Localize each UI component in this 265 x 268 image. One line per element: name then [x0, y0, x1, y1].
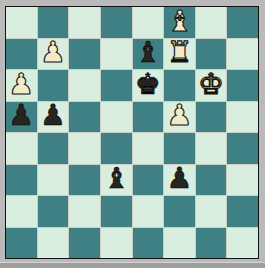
square-b8[interactable] — [38, 7, 69, 38]
piece-black-pawn[interactable]: ♟ — [40, 101, 66, 130]
square-h4[interactable] — [227, 133, 258, 164]
square-h6[interactable] — [227, 70, 258, 101]
piece-white-king[interactable]: ♚ — [198, 70, 224, 99]
square-b2[interactable] — [38, 196, 69, 227]
square-b3[interactable] — [38, 165, 69, 196]
square-h1[interactable] — [227, 228, 258, 259]
piece-black-bishop[interactable]: ♝ — [103, 164, 129, 193]
square-f6[interactable] — [164, 70, 195, 101]
square-c4[interactable] — [69, 133, 100, 164]
chess-board: ♝♟♝♜♟♚♚♟♟♟♝♟ — [5, 6, 259, 259]
square-d4[interactable] — [101, 133, 132, 164]
square-b5[interactable]: ♟ — [38, 102, 69, 133]
piece-white-bishop[interactable]: ♝ — [166, 7, 192, 36]
square-a7[interactable] — [6, 39, 37, 70]
piece-white-pawn[interactable]: ♟ — [40, 38, 66, 67]
square-f3[interactable]: ♟ — [164, 165, 195, 196]
square-h5[interactable] — [227, 102, 258, 133]
square-e2[interactable] — [133, 196, 164, 227]
square-e4[interactable] — [133, 133, 164, 164]
square-a4[interactable] — [6, 133, 37, 164]
piece-black-pawn[interactable]: ♟ — [166, 164, 192, 193]
piece-white-pawn[interactable]: ♟ — [166, 101, 192, 130]
square-f4[interactable] — [164, 133, 195, 164]
square-a3[interactable] — [6, 165, 37, 196]
square-e6[interactable]: ♚ — [133, 70, 164, 101]
square-d3[interactable]: ♝ — [101, 165, 132, 196]
square-f5[interactable]: ♟ — [164, 102, 195, 133]
square-d1[interactable] — [101, 228, 132, 259]
square-d8[interactable] — [101, 7, 132, 38]
square-b1[interactable] — [38, 228, 69, 259]
square-a6[interactable]: ♟ — [6, 70, 37, 101]
square-f2[interactable] — [164, 196, 195, 227]
square-c8[interactable] — [69, 7, 100, 38]
square-f7[interactable]: ♜ — [164, 39, 195, 70]
square-c1[interactable] — [69, 228, 100, 259]
square-b4[interactable] — [38, 133, 69, 164]
square-d6[interactable] — [101, 70, 132, 101]
square-e8[interactable] — [133, 7, 164, 38]
piece-white-pawn[interactable]: ♟ — [8, 70, 34, 99]
square-g7[interactable] — [196, 39, 227, 70]
square-g2[interactable] — [196, 196, 227, 227]
square-c3[interactable] — [69, 165, 100, 196]
square-g4[interactable] — [196, 133, 227, 164]
piece-black-bishop[interactable]: ♝ — [135, 38, 161, 67]
square-g8[interactable] — [196, 7, 227, 38]
square-a5[interactable]: ♟ — [6, 102, 37, 133]
square-h3[interactable] — [227, 165, 258, 196]
square-a1[interactable] — [6, 228, 37, 259]
square-d5[interactable] — [101, 102, 132, 133]
square-c6[interactable] — [69, 70, 100, 101]
square-a2[interactable] — [6, 196, 37, 227]
square-h7[interactable] — [227, 39, 258, 70]
square-c7[interactable] — [69, 39, 100, 70]
square-d7[interactable] — [101, 39, 132, 70]
square-e5[interactable] — [133, 102, 164, 133]
square-e7[interactable]: ♝ — [133, 39, 164, 70]
window-bottom-edge — [0, 262, 265, 268]
square-h2[interactable] — [227, 196, 258, 227]
square-b6[interactable] — [38, 70, 69, 101]
piece-black-king[interactable]: ♚ — [135, 70, 161, 99]
piece-white-rook[interactable]: ♜ — [166, 38, 192, 67]
square-f8[interactable]: ♝ — [164, 7, 195, 38]
square-b7[interactable]: ♟ — [38, 39, 69, 70]
square-d2[interactable] — [101, 196, 132, 227]
square-c2[interactable] — [69, 196, 100, 227]
square-e3[interactable] — [133, 165, 164, 196]
piece-black-pawn[interactable]: ♟ — [8, 101, 34, 130]
square-g5[interactable] — [196, 102, 227, 133]
square-g6[interactable]: ♚ — [196, 70, 227, 101]
square-f1[interactable] — [164, 228, 195, 259]
square-c5[interactable] — [69, 102, 100, 133]
square-a8[interactable] — [6, 7, 37, 38]
square-g1[interactable] — [196, 228, 227, 259]
square-e1[interactable] — [133, 228, 164, 259]
square-h8[interactable] — [227, 7, 258, 38]
square-g3[interactable] — [196, 165, 227, 196]
